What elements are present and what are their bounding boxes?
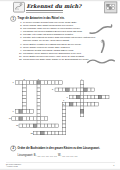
word-number-9: 9 — [12, 110, 13, 112]
word-number-6: 6 — [66, 96, 67, 98]
crossword-cell[interactable] — [30, 109, 34, 113]
task1-number: 1 — [10, 16, 16, 22]
series-logo-box — [13, 2, 25, 12]
word-number-4: 4 — [81, 78, 82, 80]
solution-blank[interactable]: __ — [37, 154, 40, 157]
crossword-cell[interactable] — [91, 88, 95, 92]
worksheet-title: Erkennst du mich? — [26, 3, 81, 9]
title-underline — [26, 10, 63, 12]
word-number-3: 3 — [38, 78, 39, 80]
solution-blank[interactable]: __ — [42, 154, 45, 157]
worm-illustration-2 — [86, 54, 116, 66]
clue-text: Ich bin blind und grabe lange Gänge in d… — [23, 58, 89, 61]
crossword-cell[interactable] — [44, 117, 48, 121]
word-number-7: 7 — [63, 100, 64, 102]
crossword-cell[interactable] — [58, 81, 62, 85]
mini-grid-icon — [107, 4, 115, 9]
word-number-11: 11 — [16, 125, 18, 127]
solution-blank[interactable]: __ — [70, 154, 73, 157]
word-number-2: 2 — [23, 78, 24, 80]
task1-instruction: Trage die Antworten in das Rätsel ein. — [18, 17, 65, 20]
solution-blank[interactable]: __ — [62, 154, 65, 157]
solution-blank[interactable]: __ — [74, 154, 77, 157]
footer-credit-line2: © Persen Verlag — [6, 166, 21, 168]
solution-blank[interactable]: __ — [50, 154, 53, 157]
crossword-cell[interactable] — [94, 102, 98, 106]
crossword-corner-icon — [104, 2, 117, 14]
solution-given-letter: W, — [58, 154, 61, 157]
task2-number: 2 — [10, 146, 16, 152]
crossword-cell[interactable] — [80, 113, 84, 117]
word-number-8: 8 — [63, 103, 64, 105]
footer-credit: Die Wiese entdecken © Persen Verlag — [6, 164, 21, 168]
crossword-cell[interactable] — [62, 131, 66, 135]
solution-blank[interactable]: __ — [54, 154, 57, 157]
solution-label: Lösungswort: — [18, 154, 33, 157]
solution-blank[interactable]: __ — [66, 154, 69, 157]
crossword-cell[interactable] — [105, 95, 109, 99]
solution-blank[interactable]: __ — [46, 154, 49, 157]
worm-illustration-1 — [88, 22, 114, 36]
page-number: 9 — [113, 164, 114, 166]
word-number-10: 10 — [9, 118, 11, 120]
crossword-grid: 123456789101112 — [12, 81, 110, 136]
scan-edge-bottom — [0, 169, 120, 170]
solution-given-letter: B, — [34, 154, 37, 157]
word-number-5: 5 — [52, 89, 53, 91]
word-number-1: 1 — [12, 82, 13, 84]
snail-illustration — [96, 39, 110, 54]
task2-instruction: Ordne die Buchstaben in den grauen Käste… — [18, 146, 100, 149]
flower-logo-icon — [14, 3, 23, 11]
crossword-cell[interactable] — [55, 124, 59, 128]
solution-line: Lösungswort: B,__________W,________ — [18, 154, 79, 157]
solution-blanks[interactable]: B,__________W,________ — [34, 154, 79, 157]
word-number-12: 12 — [30, 132, 32, 134]
worksheet-page: Erkennst du mich? 1 Trage die Antworten … — [0, 0, 120, 170]
